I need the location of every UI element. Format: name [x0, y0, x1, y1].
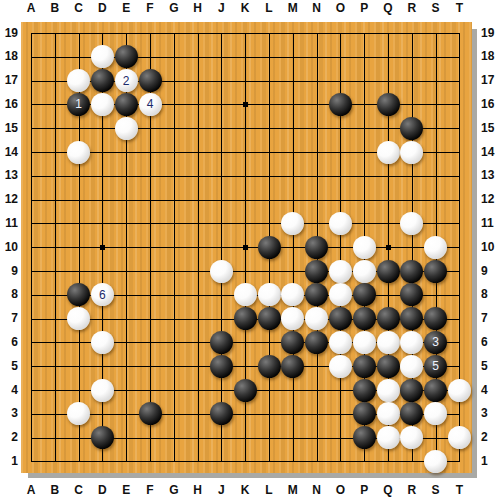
- black-stone-E16[interactable]: [115, 93, 138, 116]
- black-stone-P4[interactable]: [353, 379, 376, 402]
- coord-label-top-T: T: [449, 2, 469, 15]
- coord-label-top-A: A: [21, 2, 41, 15]
- coord-label-bottom-F: F: [140, 484, 160, 497]
- coord-label-bottom-C: C: [69, 484, 89, 497]
- coord-label-right-13: 13: [481, 169, 500, 182]
- move-number-4: 4: [147, 98, 154, 110]
- grid-vline: [293, 33, 294, 462]
- coord-label-top-H: H: [188, 2, 208, 15]
- white-stone-R11[interactable]: [400, 212, 423, 235]
- coord-label-top-B: B: [45, 2, 65, 15]
- coord-label-right-15: 15: [481, 122, 500, 135]
- black-stone-N9[interactable]: [305, 260, 328, 283]
- black-stone-S4[interactable]: [424, 379, 447, 402]
- white-stone-O9[interactable]: [329, 260, 352, 283]
- coord-label-top-F: F: [140, 2, 160, 15]
- star-point: [100, 245, 105, 250]
- white-stone-D18[interactable]: [91, 45, 114, 68]
- black-stone-K4[interactable]: [234, 379, 257, 402]
- star-point: [386, 245, 391, 250]
- move-number-3: 3: [432, 336, 439, 348]
- coord-label-top-Q: Q: [378, 2, 398, 15]
- white-stone-T2[interactable]: [448, 426, 471, 449]
- coord-label-left-10: 10: [0, 241, 18, 254]
- move-number-6: 6: [99, 289, 106, 301]
- black-stone-L5[interactable]: [258, 355, 281, 378]
- coord-label-left-19: 19: [0, 27, 18, 40]
- coord-label-top-S: S: [426, 2, 446, 15]
- white-stone-L8[interactable]: [258, 283, 281, 306]
- coord-label-top-L: L: [259, 2, 279, 15]
- black-stone-N6[interactable]: [305, 331, 328, 354]
- coord-label-bottom-T: T: [449, 484, 469, 497]
- white-stone-M8[interactable]: [281, 283, 304, 306]
- white-stone-S1[interactable]: [424, 450, 447, 473]
- coord-label-bottom-R: R: [402, 484, 422, 497]
- coord-label-right-9: 9: [481, 265, 500, 278]
- coord-label-right-16: 16: [481, 98, 500, 111]
- black-stone-L10[interactable]: [258, 236, 281, 259]
- white-stone-S10[interactable]: [424, 236, 447, 259]
- white-stone-E15[interactable]: [115, 117, 138, 140]
- black-stone-L7[interactable]: [258, 307, 281, 330]
- white-stone-R2[interactable]: [400, 426, 423, 449]
- white-stone-C3[interactable]: [67, 402, 90, 425]
- black-stone-P2[interactable]: [353, 426, 376, 449]
- black-stone-C16[interactable]: 1: [67, 93, 90, 116]
- coord-label-bottom-A: A: [21, 484, 41, 497]
- black-stone-Q5[interactable]: [377, 355, 400, 378]
- white-stone-T4[interactable]: [448, 379, 471, 402]
- coord-label-top-D: D: [92, 2, 112, 15]
- black-stone-J6[interactable]: [210, 331, 233, 354]
- white-stone-R6[interactable]: [400, 331, 423, 354]
- black-stone-R4[interactable]: [400, 379, 423, 402]
- coord-label-bottom-H: H: [188, 484, 208, 497]
- coord-label-bottom-N: N: [307, 484, 327, 497]
- black-stone-P7[interactable]: [353, 307, 376, 330]
- coord-label-bottom-D: D: [92, 484, 112, 497]
- coord-label-bottom-J: J: [211, 484, 231, 497]
- black-stone-P8[interactable]: [353, 283, 376, 306]
- black-stone-S9[interactable]: [424, 260, 447, 283]
- black-stone-S6[interactable]: 3: [424, 331, 447, 354]
- coord-label-top-G: G: [164, 2, 184, 15]
- white-stone-D16[interactable]: [91, 93, 114, 116]
- black-stone-M6[interactable]: [281, 331, 304, 354]
- black-stone-F17[interactable]: [139, 69, 162, 92]
- coord-label-right-3: 3: [481, 407, 500, 420]
- white-stone-E17[interactable]: 2: [115, 69, 138, 92]
- coord-label-left-7: 7: [0, 312, 18, 325]
- coord-label-bottom-O: O: [330, 484, 350, 497]
- coord-label-right-5: 5: [481, 360, 500, 373]
- white-stone-D6[interactable]: [91, 331, 114, 354]
- coord-label-left-6: 6: [0, 336, 18, 349]
- white-stone-O8[interactable]: [329, 283, 352, 306]
- coord-label-top-O: O: [330, 2, 350, 15]
- coord-label-top-E: E: [116, 2, 136, 15]
- move-number-1: 1: [75, 98, 82, 110]
- coord-label-left-12: 12: [0, 193, 18, 206]
- goban[interactable]: 214635: [21, 22, 472, 473]
- black-stone-Q7[interactable]: [377, 307, 400, 330]
- white-stone-S3[interactable]: [424, 402, 447, 425]
- white-stone-P10[interactable]: [353, 236, 376, 259]
- coord-label-right-4: 4: [481, 384, 500, 397]
- coord-label-left-8: 8: [0, 288, 18, 301]
- white-stone-D8[interactable]: 6: [91, 283, 114, 306]
- white-stone-J9[interactable]: [210, 260, 233, 283]
- black-stone-R7[interactable]: [400, 307, 423, 330]
- coord-label-top-M: M: [283, 2, 303, 15]
- coord-label-left-15: 15: [0, 122, 18, 135]
- white-stone-O6[interactable]: [329, 331, 352, 354]
- coord-label-top-K: K: [235, 2, 255, 15]
- coord-label-top-P: P: [354, 2, 374, 15]
- black-stone-O16[interactable]: [329, 93, 352, 116]
- coord-label-right-1: 1: [481, 455, 500, 468]
- coord-label-bottom-M: M: [283, 484, 303, 497]
- white-stone-F16[interactable]: 4: [139, 93, 162, 116]
- coord-label-bottom-L: L: [259, 484, 279, 497]
- white-stone-O5[interactable]: [329, 355, 352, 378]
- white-stone-C14[interactable]: [67, 141, 90, 164]
- black-stone-J3[interactable]: [210, 402, 233, 425]
- coord-label-bottom-K: K: [235, 484, 255, 497]
- coord-label-left-14: 14: [0, 146, 18, 159]
- white-stone-K8[interactable]: [234, 283, 257, 306]
- coord-label-right-2: 2: [481, 431, 500, 444]
- go-diagram-screen: ABCDEFGHJKLMNOPQRST ABCDEFGHJKLMNOPQRST …: [0, 0, 500, 500]
- white-stone-R14[interactable]: [400, 141, 423, 164]
- white-stone-D4[interactable]: [91, 379, 114, 402]
- coord-label-left-13: 13: [0, 169, 18, 182]
- coord-label-left-4: 4: [0, 384, 18, 397]
- black-stone-P5[interactable]: [353, 355, 376, 378]
- black-stone-O7[interactable]: [329, 307, 352, 330]
- white-stone-M11[interactable]: [281, 212, 304, 235]
- coord-label-bottom-E: E: [116, 484, 136, 497]
- coord-label-right-19: 19: [481, 27, 500, 40]
- coord-label-bottom-B: B: [45, 484, 65, 497]
- white-stone-O11[interactable]: [329, 212, 352, 235]
- black-stone-M5[interactable]: [281, 355, 304, 378]
- black-stone-D2[interactable]: [91, 426, 114, 449]
- white-stone-C17[interactable]: [67, 69, 90, 92]
- coord-label-top-J: J: [211, 2, 231, 15]
- coord-label-left-11: 11: [0, 217, 18, 230]
- black-stone-Q16[interactable]: [377, 93, 400, 116]
- white-stone-Q14[interactable]: [377, 141, 400, 164]
- white-stone-Q4[interactable]: [377, 379, 400, 402]
- black-stone-J5[interactable]: [210, 355, 233, 378]
- coord-label-right-17: 17: [481, 74, 500, 87]
- coord-label-left-16: 16: [0, 98, 18, 111]
- move-number-5: 5: [432, 360, 439, 372]
- black-stone-Q9[interactable]: [377, 260, 400, 283]
- black-stone-S7[interactable]: [424, 307, 447, 330]
- coord-label-right-18: 18: [481, 50, 500, 63]
- black-stone-S5[interactable]: 5: [424, 355, 447, 378]
- coord-label-top-C: C: [69, 2, 89, 15]
- coord-label-left-2: 2: [0, 431, 18, 444]
- coord-label-left-9: 9: [0, 265, 18, 278]
- coord-label-bottom-S: S: [426, 484, 446, 497]
- coord-label-right-7: 7: [481, 312, 500, 325]
- coord-label-right-10: 10: [481, 241, 500, 254]
- white-stone-C7[interactable]: [67, 307, 90, 330]
- coord-label-top-R: R: [402, 2, 422, 15]
- black-stone-C8[interactable]: [67, 283, 90, 306]
- black-stone-N10[interactable]: [305, 236, 328, 259]
- coord-label-left-3: 3: [0, 407, 18, 420]
- black-stone-P3[interactable]: [353, 402, 376, 425]
- white-stone-N7[interactable]: [305, 307, 328, 330]
- white-stone-R5[interactable]: [400, 355, 423, 378]
- white-stone-Q3[interactable]: [377, 402, 400, 425]
- black-stone-N8[interactable]: [305, 283, 328, 306]
- coord-label-right-6: 6: [481, 336, 500, 349]
- black-stone-D17[interactable]: [91, 69, 114, 92]
- white-stone-M7[interactable]: [281, 307, 304, 330]
- black-stone-R3[interactable]: [400, 402, 423, 425]
- coord-label-right-8: 8: [481, 288, 500, 301]
- star-point: [243, 245, 248, 250]
- black-stone-R9[interactable]: [400, 260, 423, 283]
- star-point: [243, 102, 248, 107]
- coord-label-left-18: 18: [0, 50, 18, 63]
- black-stone-E18[interactable]: [115, 45, 138, 68]
- white-stone-P6[interactable]: [353, 331, 376, 354]
- coord-label-bottom-Q: Q: [378, 484, 398, 497]
- black-stone-F3[interactable]: [139, 402, 162, 425]
- black-stone-K7[interactable]: [234, 307, 257, 330]
- coord-label-left-17: 17: [0, 74, 18, 87]
- white-stone-P9[interactable]: [353, 260, 376, 283]
- white-stone-Q6[interactable]: [377, 331, 400, 354]
- coord-label-bottom-P: P: [354, 484, 374, 497]
- coord-label-left-5: 5: [0, 360, 18, 373]
- black-stone-R8[interactable]: [400, 283, 423, 306]
- move-number-2: 2: [123, 75, 130, 87]
- coord-label-top-N: N: [307, 2, 327, 15]
- grid-hline: [31, 461, 460, 462]
- black-stone-R15[interactable]: [400, 117, 423, 140]
- coord-label-bottom-G: G: [164, 484, 184, 497]
- coord-label-right-12: 12: [481, 193, 500, 206]
- white-stone-Q2[interactable]: [377, 426, 400, 449]
- coord-label-right-11: 11: [481, 217, 500, 230]
- coord-label-left-1: 1: [0, 455, 18, 468]
- coord-label-right-14: 14: [481, 146, 500, 159]
